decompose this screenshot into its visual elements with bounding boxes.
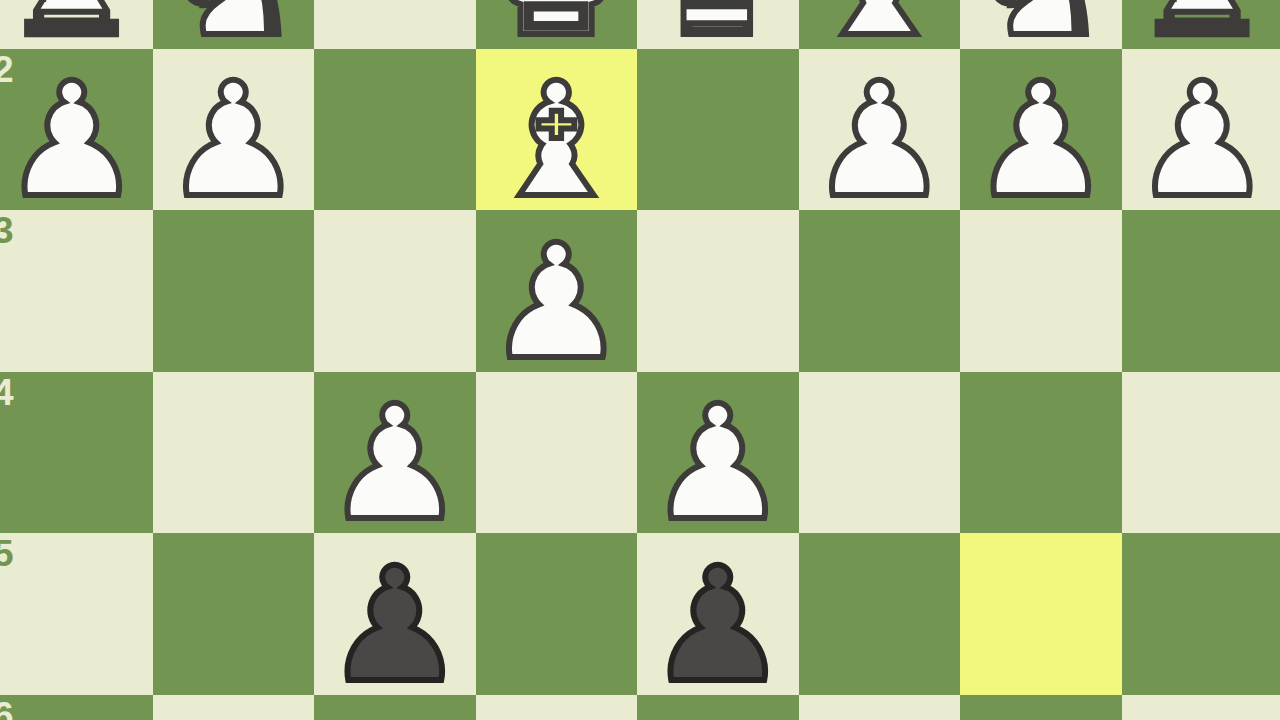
piece-white-pawn-h2[interactable]: ♟ bbox=[1, 61, 143, 219]
square-d4[interactable]: ♟ bbox=[637, 372, 799, 534]
square-g3[interactable] bbox=[153, 210, 315, 372]
square-b2[interactable]: ♟ bbox=[960, 49, 1122, 211]
square-f6[interactable] bbox=[314, 695, 476, 720]
square-e6[interactable] bbox=[476, 695, 638, 720]
square-f1[interactable] bbox=[314, 0, 476, 49]
piece-white-pawn-f4[interactable]: ♟ bbox=[324, 384, 466, 542]
square-c1[interactable]: ♝ bbox=[799, 0, 961, 49]
square-c4[interactable] bbox=[799, 372, 961, 534]
board-viewport: ♜♞♚♛♝♞♜2♟♟♝♟♟♟3♟4♟♟5♟♟6 bbox=[0, 0, 1280, 720]
square-a3[interactable] bbox=[1122, 210, 1280, 372]
piece-white-pawn-c2[interactable]: ♟ bbox=[808, 61, 950, 219]
square-a4[interactable] bbox=[1122, 372, 1280, 534]
square-c5[interactable] bbox=[799, 533, 961, 695]
square-e1[interactable]: ♚ bbox=[476, 0, 638, 49]
square-e3[interactable]: ♟ bbox=[476, 210, 638, 372]
square-f3[interactable] bbox=[314, 210, 476, 372]
square-f4[interactable]: ♟ bbox=[314, 372, 476, 534]
square-a5[interactable] bbox=[1122, 533, 1280, 695]
square-a2[interactable]: ♟ bbox=[1122, 49, 1280, 211]
square-b6[interactable] bbox=[960, 695, 1122, 720]
square-e4[interactable] bbox=[476, 372, 638, 534]
piece-white-bishop-e2[interactable]: ♝ bbox=[485, 61, 627, 219]
piece-white-pawn-b2[interactable]: ♟ bbox=[970, 61, 1112, 219]
piece-white-pawn-g2[interactable]: ♟ bbox=[162, 61, 304, 219]
square-d6[interactable] bbox=[637, 695, 799, 720]
square-c2[interactable]: ♟ bbox=[799, 49, 961, 211]
square-h6[interactable]: 6 bbox=[0, 695, 153, 720]
square-d3[interactable] bbox=[637, 210, 799, 372]
square-g6[interactable] bbox=[153, 695, 315, 720]
square-b5[interactable] bbox=[960, 533, 1122, 695]
rank-label-4: 4 bbox=[0, 374, 14, 411]
piece-black-pawn-f5[interactable]: ♟ bbox=[324, 546, 466, 704]
chess-board: ♜♞♚♛♝♞♜2♟♟♝♟♟♟3♟4♟♟5♟♟6 bbox=[0, 0, 1280, 720]
square-d1[interactable]: ♛ bbox=[637, 0, 799, 49]
piece-black-pawn-d5[interactable]: ♟ bbox=[647, 546, 789, 704]
piece-white-pawn-a2[interactable]: ♟ bbox=[1131, 61, 1273, 219]
square-c3[interactable] bbox=[799, 210, 961, 372]
rank-label-3: 3 bbox=[0, 212, 14, 249]
square-h5[interactable]: 5 bbox=[0, 533, 153, 695]
square-g2[interactable]: ♟ bbox=[153, 49, 315, 211]
square-g5[interactable] bbox=[153, 533, 315, 695]
square-b3[interactable] bbox=[960, 210, 1122, 372]
square-h2[interactable]: 2♟ bbox=[0, 49, 153, 211]
piece-white-pawn-e3[interactable]: ♟ bbox=[485, 223, 627, 381]
square-d2[interactable] bbox=[637, 49, 799, 211]
square-b4[interactable] bbox=[960, 372, 1122, 534]
square-f5[interactable]: ♟ bbox=[314, 533, 476, 695]
square-g4[interactable] bbox=[153, 372, 315, 534]
piece-white-pawn-d4[interactable]: ♟ bbox=[647, 384, 789, 542]
square-g1[interactable]: ♞ bbox=[153, 0, 315, 49]
square-e5[interactable] bbox=[476, 533, 638, 695]
rank-label-6: 6 bbox=[0, 697, 14, 720]
square-h3[interactable]: 3 bbox=[0, 210, 153, 372]
square-b1[interactable]: ♞ bbox=[960, 0, 1122, 49]
square-f2[interactable] bbox=[314, 49, 476, 211]
square-d5[interactable]: ♟ bbox=[637, 533, 799, 695]
square-c6[interactable] bbox=[799, 695, 961, 720]
rank-label-5: 5 bbox=[0, 535, 14, 572]
square-h4[interactable]: 4 bbox=[0, 372, 153, 534]
square-e2[interactable]: ♝ bbox=[476, 49, 638, 211]
square-a6[interactable] bbox=[1122, 695, 1280, 720]
square-h1[interactable]: ♜ bbox=[0, 0, 153, 49]
square-a1[interactable]: ♜ bbox=[1122, 0, 1280, 49]
